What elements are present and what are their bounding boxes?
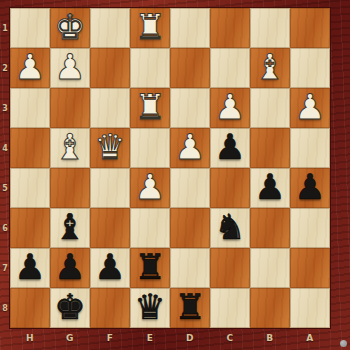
file-label-d: D [170, 328, 210, 348]
square-g1[interactable]: ♚ [50, 8, 90, 48]
black-bishop[interactable]: ♝ [50, 207, 90, 247]
black-rook[interactable]: ♜ [170, 287, 210, 327]
black-pawn[interactable]: ♟ [290, 167, 330, 207]
square-a3[interactable]: ♟ [290, 88, 330, 128]
corner-marker-dot [340, 340, 347, 347]
square-e8[interactable]: ♛ [130, 288, 170, 328]
square-e3[interactable]: ♜ [130, 88, 170, 128]
square-d1[interactable] [170, 8, 210, 48]
white-pawn[interactable]: ♟ [130, 167, 170, 207]
file-label-h: H [10, 328, 50, 348]
black-knight[interactable]: ♞ [210, 207, 250, 247]
square-c2[interactable] [210, 48, 250, 88]
square-a6[interactable] [290, 208, 330, 248]
square-c7[interactable] [210, 248, 250, 288]
black-king[interactable]: ♚ [50, 287, 90, 327]
square-a1[interactable] [290, 8, 330, 48]
black-pawn[interactable]: ♟ [50, 247, 90, 287]
file-labels: HGFEDCBA [10, 328, 330, 350]
square-c3[interactable]: ♟ [210, 88, 250, 128]
rank-label-2: 2 [0, 48, 10, 88]
white-bishop[interactable]: ♝ [250, 47, 290, 87]
square-f6[interactable] [90, 208, 130, 248]
rank-label-4: 4 [0, 128, 10, 168]
square-a8[interactable] [290, 288, 330, 328]
square-f1[interactable] [90, 8, 130, 48]
square-b8[interactable] [250, 288, 290, 328]
square-c1[interactable] [210, 8, 250, 48]
black-pawn[interactable]: ♟ [250, 167, 290, 207]
square-g7[interactable]: ♟ [50, 248, 90, 288]
square-h3[interactable] [10, 88, 50, 128]
square-g5[interactable] [50, 168, 90, 208]
rank-labels: 12345678 [0, 8, 10, 328]
file-label-e: E [130, 328, 170, 348]
square-g3[interactable] [50, 88, 90, 128]
square-e6[interactable] [130, 208, 170, 248]
square-d3[interactable] [170, 88, 210, 128]
white-pawn[interactable]: ♟ [50, 47, 90, 87]
rank-label-3: 3 [0, 88, 10, 128]
square-e2[interactable] [130, 48, 170, 88]
file-label-a: A [290, 328, 330, 348]
square-f8[interactable] [90, 288, 130, 328]
square-e1[interactable]: ♜ [130, 8, 170, 48]
square-d7[interactable] [170, 248, 210, 288]
rank-label-1: 1 [0, 8, 10, 48]
rank-label-6: 6 [0, 208, 10, 248]
file-label-f: F [90, 328, 130, 348]
rank-label-8: 8 [0, 288, 10, 328]
square-a5[interactable]: ♟ [290, 168, 330, 208]
square-h7[interactable]: ♟ [10, 248, 50, 288]
white-pawn[interactable]: ♟ [290, 87, 330, 127]
chess-diagram: ♚♜♟♟♝♜♟♟♝♛♟♟♟♟♟♝♞♟♟♟♜♚♛♜ 12345678 HGFEDC… [0, 0, 350, 350]
white-king[interactable]: ♚ [50, 7, 90, 47]
square-b4[interactable] [250, 128, 290, 168]
square-b7[interactable] [250, 248, 290, 288]
square-d2[interactable] [170, 48, 210, 88]
file-label-g: G [50, 328, 90, 348]
square-b3[interactable] [250, 88, 290, 128]
black-pawn[interactable]: ♟ [90, 247, 130, 287]
square-d8[interactable]: ♜ [170, 288, 210, 328]
square-d6[interactable] [170, 208, 210, 248]
square-c8[interactable] [210, 288, 250, 328]
white-pawn[interactable]: ♟ [170, 127, 210, 167]
square-g2[interactable]: ♟ [50, 48, 90, 88]
chess-board: ♚♜♟♟♝♜♟♟♝♛♟♟♟♟♟♝♞♟♟♟♜♚♛♜ [10, 8, 330, 328]
black-pawn[interactable]: ♟ [10, 247, 50, 287]
square-e4[interactable] [130, 128, 170, 168]
square-f7[interactable]: ♟ [90, 248, 130, 288]
square-e7[interactable]: ♜ [130, 248, 170, 288]
square-g6[interactable]: ♝ [50, 208, 90, 248]
square-b6[interactable] [250, 208, 290, 248]
black-rook[interactable]: ♜ [130, 247, 170, 287]
file-label-b: B [250, 328, 290, 348]
black-pawn[interactable]: ♟ [210, 127, 250, 167]
white-queen[interactable]: ♛ [90, 127, 130, 167]
square-a7[interactable] [290, 248, 330, 288]
square-f5[interactable] [90, 168, 130, 208]
square-h5[interactable] [10, 168, 50, 208]
square-g4[interactable]: ♝ [50, 128, 90, 168]
square-h8[interactable] [10, 288, 50, 328]
square-e5[interactable]: ♟ [130, 168, 170, 208]
square-f2[interactable] [90, 48, 130, 88]
square-b5[interactable]: ♟ [250, 168, 290, 208]
rank-label-7: 7 [0, 248, 10, 288]
square-a4[interactable] [290, 128, 330, 168]
square-c4[interactable]: ♟ [210, 128, 250, 168]
square-c5[interactable] [210, 168, 250, 208]
black-queen[interactable]: ♛ [130, 287, 170, 327]
square-h2[interactable]: ♟ [10, 48, 50, 88]
square-h1[interactable] [10, 8, 50, 48]
white-pawn[interactable]: ♟ [10, 47, 50, 87]
rank-label-5: 5 [0, 168, 10, 208]
square-a2[interactable] [290, 48, 330, 88]
square-h4[interactable] [10, 128, 50, 168]
square-f3[interactable] [90, 88, 130, 128]
file-label-c: C [210, 328, 250, 348]
square-h6[interactable] [10, 208, 50, 248]
square-d4[interactable]: ♟ [170, 128, 210, 168]
white-pawn[interactable]: ♟ [210, 87, 250, 127]
square-b1[interactable] [250, 8, 290, 48]
white-rook[interactable]: ♜ [130, 87, 170, 127]
square-f4[interactable]: ♛ [90, 128, 130, 168]
square-c6[interactable]: ♞ [210, 208, 250, 248]
square-b2[interactable]: ♝ [250, 48, 290, 88]
square-g8[interactable]: ♚ [50, 288, 90, 328]
white-rook[interactable]: ♜ [130, 7, 170, 47]
white-bishop[interactable]: ♝ [50, 127, 90, 167]
square-d5[interactable] [170, 168, 210, 208]
